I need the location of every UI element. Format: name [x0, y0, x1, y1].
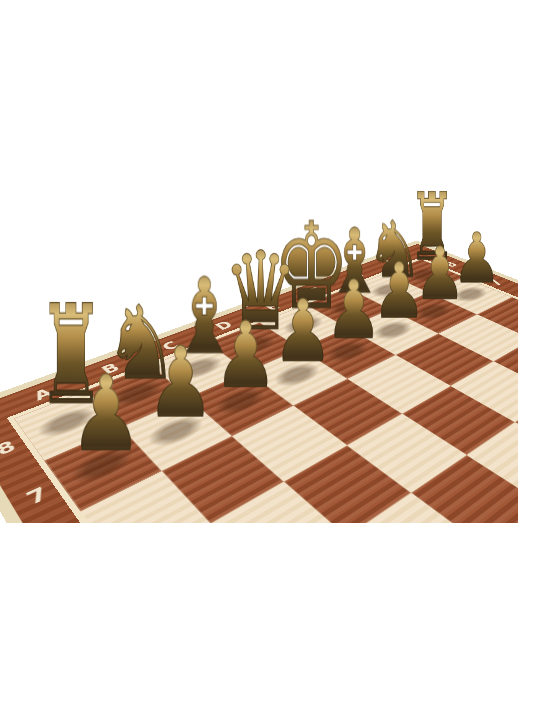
piece-a7-pawn: ♟ — [70, 362, 143, 466]
chessboard: AABBCCDDEEFFGGHH8877665544332211 ♜♞♝♛♚♝♞… — [0, 244, 518, 523]
board-photo: AABBCCDDEEFFGGHH8877665544332211 ♜♞♝♛♚♝♞… — [0, 188, 518, 523]
rank-label-left-8: 8 — [0, 430, 35, 466]
product-photo: AABBCCDDEEFFGGHH8877665544332211 ♜♞♝♛♚♝♞… — [0, 0, 540, 720]
board-scene: AABBCCDDEEFFGGHH8877665544332211 ♜♞♝♛♚♝♞… — [0, 188, 518, 523]
board-squares: ♜♞♝♛♚♝♞♜♟♟♟♟♟♟♟♟ — [14, 259, 518, 523]
